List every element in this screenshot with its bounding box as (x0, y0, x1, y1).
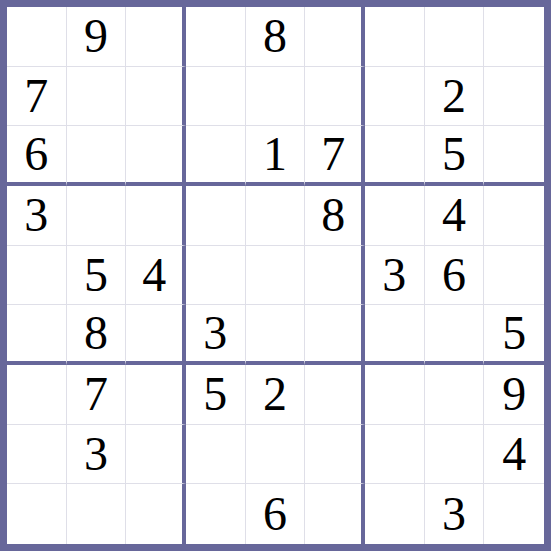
cell-r5c7-given[interactable]: 3 (365, 246, 425, 306)
cell-r6c7-empty[interactable] (365, 305, 425, 365)
cell-r3c5-given[interactable]: 1 (246, 126, 306, 186)
cell-r7c4-given[interactable]: 5 (186, 365, 246, 425)
cell-r3c4-empty[interactable] (186, 126, 246, 186)
cell-r5c6-empty[interactable] (305, 246, 365, 306)
cell-r5c4-empty[interactable] (186, 246, 246, 306)
cell-r3c6-given[interactable]: 7 (305, 126, 365, 186)
cell-r4c8-given[interactable]: 4 (425, 186, 485, 246)
cell-r1c9-empty[interactable] (484, 7, 544, 67)
cell-r8c6-empty[interactable] (305, 425, 365, 485)
cell-r9c1-empty[interactable] (7, 484, 67, 544)
cell-r6c3-empty[interactable] (126, 305, 186, 365)
cell-r3c3-empty[interactable] (126, 126, 186, 186)
cell-r7c3-empty[interactable] (126, 365, 186, 425)
cell-r4c3-empty[interactable] (126, 186, 186, 246)
sudoku-board: 98726175384543683575293463 (0, 0, 551, 551)
cell-r7c5-given[interactable]: 2 (246, 365, 306, 425)
cell-r9c7-empty[interactable] (365, 484, 425, 544)
cell-r1c6-empty[interactable] (305, 7, 365, 67)
cell-r2c8-given[interactable]: 2 (425, 67, 485, 127)
cell-r9c5-given[interactable]: 6 (246, 484, 306, 544)
cell-r4c2-empty[interactable] (67, 186, 127, 246)
cell-r7c2-given[interactable]: 7 (67, 365, 127, 425)
cell-r9c3-empty[interactable] (126, 484, 186, 544)
cell-r3c8-given[interactable]: 5 (425, 126, 485, 186)
cell-r2c9-empty[interactable] (484, 67, 544, 127)
cell-r7c9-given[interactable]: 9 (484, 365, 544, 425)
cell-r9c6-empty[interactable] (305, 484, 365, 544)
cell-r1c2-given[interactable]: 9 (67, 7, 127, 67)
cell-r1c4-empty[interactable] (186, 7, 246, 67)
cell-r8c7-empty[interactable] (365, 425, 425, 485)
cell-r9c4-empty[interactable] (186, 484, 246, 544)
cell-r8c9-given[interactable]: 4 (484, 425, 544, 485)
cell-r8c4-empty[interactable] (186, 425, 246, 485)
cell-r1c3-empty[interactable] (126, 7, 186, 67)
cell-r2c2-empty[interactable] (67, 67, 127, 127)
cell-r2c7-empty[interactable] (365, 67, 425, 127)
cell-r5c8-given[interactable]: 6 (425, 246, 485, 306)
cell-r6c5-empty[interactable] (246, 305, 306, 365)
cell-r2c3-empty[interactable] (126, 67, 186, 127)
cell-r3c9-empty[interactable] (484, 126, 544, 186)
cell-r7c7-empty[interactable] (365, 365, 425, 425)
cell-r7c8-empty[interactable] (425, 365, 485, 425)
cell-r3c1-given[interactable]: 6 (7, 126, 67, 186)
cell-r8c2-given[interactable]: 3 (67, 425, 127, 485)
cell-r9c2-empty[interactable] (67, 484, 127, 544)
cell-r1c8-empty[interactable] (425, 7, 485, 67)
cell-r6c8-empty[interactable] (425, 305, 485, 365)
cell-r6c4-given[interactable]: 3 (186, 305, 246, 365)
cell-r6c1-empty[interactable] (7, 305, 67, 365)
cell-r4c1-given[interactable]: 3 (7, 186, 67, 246)
cell-r8c8-empty[interactable] (425, 425, 485, 485)
cell-r8c3-empty[interactable] (126, 425, 186, 485)
cell-r6c2-given[interactable]: 8 (67, 305, 127, 365)
cell-r4c5-empty[interactable] (246, 186, 306, 246)
cell-r2c1-given[interactable]: 7 (7, 67, 67, 127)
cell-r3c7-empty[interactable] (365, 126, 425, 186)
cell-r9c8-given[interactable]: 3 (425, 484, 485, 544)
cell-r1c1-empty[interactable] (7, 7, 67, 67)
cell-r4c4-empty[interactable] (186, 186, 246, 246)
cell-r5c2-given[interactable]: 5 (67, 246, 127, 306)
cell-r3c2-empty[interactable] (67, 126, 127, 186)
cell-r5c3-given[interactable]: 4 (126, 246, 186, 306)
cell-r4c9-empty[interactable] (484, 186, 544, 246)
cell-r8c1-empty[interactable] (7, 425, 67, 485)
cell-r1c5-given[interactable]: 8 (246, 7, 306, 67)
cell-r8c5-empty[interactable] (246, 425, 306, 485)
cell-r6c9-given[interactable]: 5 (484, 305, 544, 365)
cell-r5c9-empty[interactable] (484, 246, 544, 306)
cell-r4c6-given[interactable]: 8 (305, 186, 365, 246)
cell-r9c9-empty[interactable] (484, 484, 544, 544)
cell-r5c5-empty[interactable] (246, 246, 306, 306)
cell-r6c6-empty[interactable] (305, 305, 365, 365)
cell-r2c5-empty[interactable] (246, 67, 306, 127)
cell-r4c7-empty[interactable] (365, 186, 425, 246)
cell-r2c6-empty[interactable] (305, 67, 365, 127)
cell-r7c1-empty[interactable] (7, 365, 67, 425)
cell-r2c4-empty[interactable] (186, 67, 246, 127)
cell-r7c6-empty[interactable] (305, 365, 365, 425)
cell-r5c1-empty[interactable] (7, 246, 67, 306)
cell-r1c7-empty[interactable] (365, 7, 425, 67)
